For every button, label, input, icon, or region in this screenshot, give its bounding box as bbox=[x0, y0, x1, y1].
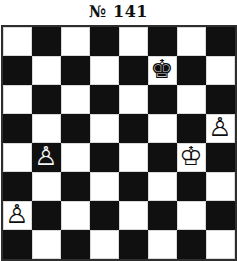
square-d2[interactable] bbox=[90, 201, 119, 230]
square-h4[interactable] bbox=[206, 143, 235, 172]
square-c6[interactable] bbox=[61, 85, 90, 114]
square-a6[interactable] bbox=[3, 85, 32, 114]
square-a7[interactable] bbox=[3, 56, 32, 85]
square-f1[interactable] bbox=[148, 230, 177, 259]
square-c3[interactable] bbox=[61, 172, 90, 201]
diagram-title: № 141 bbox=[89, 0, 148, 25]
square-a2[interactable]: ♙ bbox=[3, 201, 32, 230]
square-c5[interactable] bbox=[61, 114, 90, 143]
square-d8[interactable] bbox=[90, 27, 119, 56]
square-e7[interactable] bbox=[119, 56, 148, 85]
square-e8[interactable] bbox=[119, 27, 148, 56]
square-f8[interactable] bbox=[148, 27, 177, 56]
square-f2[interactable] bbox=[148, 201, 177, 230]
chess-diagram-page: № 141 ♚♙♙♔♙ bbox=[0, 0, 237, 261]
white-pawn: ♙ bbox=[208, 114, 231, 142]
white-pawn: ♙ bbox=[5, 201, 28, 229]
white-king: ♔ bbox=[179, 143, 202, 171]
square-a3[interactable] bbox=[3, 172, 32, 201]
square-d3[interactable] bbox=[90, 172, 119, 201]
square-b4[interactable]: ♙ bbox=[32, 143, 61, 172]
square-h5[interactable]: ♙ bbox=[206, 114, 235, 143]
square-h1[interactable] bbox=[206, 230, 235, 259]
square-h2[interactable] bbox=[206, 201, 235, 230]
square-c8[interactable] bbox=[61, 27, 90, 56]
square-e5[interactable] bbox=[119, 114, 148, 143]
square-h8[interactable] bbox=[206, 27, 235, 56]
square-g1[interactable] bbox=[177, 230, 206, 259]
square-d4[interactable] bbox=[90, 143, 119, 172]
square-c4[interactable] bbox=[61, 143, 90, 172]
square-a1[interactable] bbox=[3, 230, 32, 259]
square-f5[interactable] bbox=[148, 114, 177, 143]
square-b8[interactable] bbox=[32, 27, 61, 56]
square-e3[interactable] bbox=[119, 172, 148, 201]
square-g2[interactable] bbox=[177, 201, 206, 230]
black-king: ♚ bbox=[150, 56, 173, 84]
square-e4[interactable] bbox=[119, 143, 148, 172]
square-f6[interactable] bbox=[148, 85, 177, 114]
square-d5[interactable] bbox=[90, 114, 119, 143]
square-a4[interactable] bbox=[3, 143, 32, 172]
square-f7[interactable]: ♚ bbox=[148, 56, 177, 85]
square-g8[interactable] bbox=[177, 27, 206, 56]
square-f4[interactable] bbox=[148, 143, 177, 172]
square-b2[interactable] bbox=[32, 201, 61, 230]
square-b7[interactable] bbox=[32, 56, 61, 85]
square-a5[interactable] bbox=[3, 114, 32, 143]
square-b6[interactable] bbox=[32, 85, 61, 114]
square-g6[interactable] bbox=[177, 85, 206, 114]
square-b1[interactable] bbox=[32, 230, 61, 259]
square-g5[interactable] bbox=[177, 114, 206, 143]
square-c7[interactable] bbox=[61, 56, 90, 85]
square-f3[interactable] bbox=[148, 172, 177, 201]
square-b3[interactable] bbox=[32, 172, 61, 201]
square-h6[interactable] bbox=[206, 85, 235, 114]
square-c1[interactable] bbox=[61, 230, 90, 259]
square-d7[interactable] bbox=[90, 56, 119, 85]
square-a8[interactable] bbox=[3, 27, 32, 56]
square-e2[interactable] bbox=[119, 201, 148, 230]
square-g4[interactable]: ♔ bbox=[177, 143, 206, 172]
square-g3[interactable] bbox=[177, 172, 206, 201]
square-h7[interactable] bbox=[206, 56, 235, 85]
chess-board: ♚♙♙♔♙ bbox=[1, 25, 237, 261]
square-g7[interactable] bbox=[177, 56, 206, 85]
square-e6[interactable] bbox=[119, 85, 148, 114]
square-h3[interactable] bbox=[206, 172, 235, 201]
square-b5[interactable] bbox=[32, 114, 61, 143]
white-pawn: ♙ bbox=[34, 143, 57, 171]
square-d6[interactable] bbox=[90, 85, 119, 114]
square-c2[interactable] bbox=[61, 201, 90, 230]
square-d1[interactable] bbox=[90, 230, 119, 259]
square-e1[interactable] bbox=[119, 230, 148, 259]
